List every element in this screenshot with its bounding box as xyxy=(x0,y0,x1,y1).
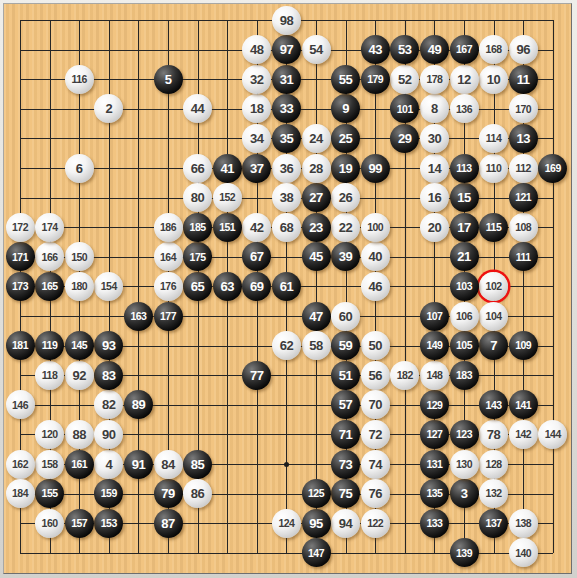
stone-100[interactable]: 100 xyxy=(361,213,390,242)
stone-145[interactable]: 145 xyxy=(65,331,94,360)
stone-140[interactable]: 140 xyxy=(509,538,538,567)
move-number: 151 xyxy=(219,222,235,233)
stone-49[interactable]: 49 xyxy=(420,35,449,64)
move-number: 169 xyxy=(545,163,561,174)
stone-176[interactable]: 176 xyxy=(154,272,183,301)
move-number: 20 xyxy=(428,221,441,234)
move-number: 184 xyxy=(12,488,28,499)
stone-15[interactable]: 15 xyxy=(450,183,479,212)
move-number: 170 xyxy=(515,104,531,115)
stone-87[interactable]: 87 xyxy=(154,509,183,538)
move-number: 98 xyxy=(280,14,293,27)
stone-91[interactable]: 91 xyxy=(124,450,153,479)
stone-133[interactable]: 133 xyxy=(420,509,449,538)
move-number: 97 xyxy=(280,43,293,56)
stone-16[interactable]: 16 xyxy=(420,183,449,212)
stone-179[interactable]: 179 xyxy=(361,65,390,94)
move-number: 40 xyxy=(368,250,381,263)
stone-107[interactable]: 107 xyxy=(420,302,449,331)
move-number: 33 xyxy=(280,102,293,115)
move-number: 176 xyxy=(160,281,176,292)
move-number: 84 xyxy=(161,458,174,471)
stone-59[interactable]: 59 xyxy=(331,331,360,360)
stone-44[interactable]: 44 xyxy=(183,94,212,123)
stone-45[interactable]: 45 xyxy=(302,242,331,271)
stone-8[interactable]: 8 xyxy=(420,94,449,123)
stone-148[interactable]: 148 xyxy=(420,361,449,390)
stone-43[interactable]: 43 xyxy=(361,35,390,64)
stone-182[interactable]: 182 xyxy=(390,361,419,390)
move-number: 31 xyxy=(280,73,293,86)
stone-18[interactable]: 18 xyxy=(242,94,271,123)
move-number: 180 xyxy=(71,281,87,292)
move-number: 25 xyxy=(339,132,352,145)
move-number: 74 xyxy=(368,458,381,471)
stone-139[interactable]: 139 xyxy=(450,538,479,567)
stone-39[interactable]: 39 xyxy=(331,242,360,271)
move-number: 90 xyxy=(102,428,115,441)
move-number: 60 xyxy=(339,310,352,323)
move-number: 175 xyxy=(190,252,206,263)
stone-166[interactable]: 166 xyxy=(35,242,64,271)
stone-31[interactable]: 31 xyxy=(272,65,301,94)
move-number: 154 xyxy=(101,281,117,292)
stone-110[interactable]: 110 xyxy=(479,154,508,183)
move-number: 138 xyxy=(515,518,531,529)
stone-96[interactable]: 96 xyxy=(509,35,538,64)
stone-101[interactable]: 101 xyxy=(390,94,419,123)
move-number: 132 xyxy=(486,488,502,499)
move-number: 68 xyxy=(280,221,293,234)
move-number: 155 xyxy=(42,488,58,499)
stone-111[interactable]: 111 xyxy=(509,242,538,271)
move-number: 186 xyxy=(160,222,176,233)
stone-173[interactable]: 173 xyxy=(6,272,35,301)
stone-53[interactable]: 53 xyxy=(390,35,419,64)
move-number: 119 xyxy=(42,340,57,351)
stone-79[interactable]: 79 xyxy=(154,479,183,508)
stone-57[interactable]: 57 xyxy=(331,390,360,419)
move-number: 105 xyxy=(456,340,472,351)
stone-92[interactable]: 92 xyxy=(65,361,94,390)
stone-74[interactable]: 74 xyxy=(361,450,390,479)
stone-143[interactable]: 143 xyxy=(479,390,508,419)
stone-62[interactable]: 62 xyxy=(272,331,301,360)
move-number: 106 xyxy=(456,311,472,322)
move-number: 118 xyxy=(42,370,57,381)
stone-95[interactable]: 95 xyxy=(302,509,331,538)
move-number: 150 xyxy=(71,252,87,263)
move-number: 124 xyxy=(278,518,294,529)
stone-82[interactable]: 82 xyxy=(94,390,123,419)
stone-165[interactable]: 165 xyxy=(35,272,64,301)
move-number: 27 xyxy=(309,191,322,204)
stone-171[interactable]: 171 xyxy=(6,242,35,271)
move-number: 13 xyxy=(516,132,529,145)
stone-153[interactable]: 153 xyxy=(94,509,123,538)
stone-24[interactable]: 24 xyxy=(302,124,331,153)
stone-147[interactable]: 147 xyxy=(302,538,331,567)
stone-75[interactable]: 75 xyxy=(331,479,360,508)
stone-77[interactable]: 77 xyxy=(242,361,271,390)
stone-23[interactable]: 23 xyxy=(302,213,331,242)
stone-97[interactable]: 97 xyxy=(272,35,301,64)
stone-50[interactable]: 50 xyxy=(361,331,390,360)
stone-5[interactable]: 5 xyxy=(154,65,183,94)
stone-115[interactable]: 115 xyxy=(479,213,508,242)
stone-157[interactable]: 157 xyxy=(65,509,94,538)
stone-40[interactable]: 40 xyxy=(361,242,390,271)
stone-144[interactable]: 144 xyxy=(538,420,567,449)
move-number: 179 xyxy=(367,74,383,85)
move-number: 159 xyxy=(101,488,117,499)
move-number: 47 xyxy=(309,310,322,323)
stone-42[interactable]: 42 xyxy=(242,213,271,242)
stone-138[interactable]: 138 xyxy=(509,509,538,538)
stone-141[interactable]: 141 xyxy=(509,390,538,419)
stone-119[interactable]: 119 xyxy=(35,331,64,360)
move-number: 94 xyxy=(339,517,352,530)
move-number: 6 xyxy=(76,162,83,175)
stone-37[interactable]: 37 xyxy=(242,154,271,183)
move-number: 4 xyxy=(105,458,112,471)
move-number: 143 xyxy=(486,400,502,411)
grid-line-vertical xyxy=(553,20,554,553)
move-number: 24 xyxy=(309,132,322,145)
stone-52[interactable]: 52 xyxy=(390,65,419,94)
stone-72[interactable]: 72 xyxy=(361,420,390,449)
stone-109[interactable]: 109 xyxy=(509,331,538,360)
move-number: 182 xyxy=(397,370,413,381)
stone-47[interactable]: 47 xyxy=(302,302,331,331)
stone-164[interactable]: 164 xyxy=(154,242,183,271)
stone-2[interactable]: 2 xyxy=(94,94,123,123)
stone-89[interactable]: 89 xyxy=(124,390,153,419)
stone-186[interactable]: 186 xyxy=(154,213,183,242)
move-number: 158 xyxy=(42,459,58,470)
go-board[interactable]: 2345678910111213141516171819202122232425… xyxy=(3,3,572,574)
stone-25[interactable]: 25 xyxy=(331,124,360,153)
move-number: 29 xyxy=(398,132,411,145)
stone-181[interactable]: 181 xyxy=(6,331,35,360)
stone-68[interactable]: 68 xyxy=(272,213,301,242)
stone-163[interactable]: 163 xyxy=(124,302,153,331)
stone-71[interactable]: 71 xyxy=(331,420,360,449)
move-number: 146 xyxy=(12,400,28,411)
move-number: 41 xyxy=(220,162,233,175)
move-number: 123 xyxy=(456,429,472,440)
stone-125[interactable]: 125 xyxy=(302,479,331,508)
stone-120[interactable]: 120 xyxy=(35,420,64,449)
move-number: 38 xyxy=(280,191,293,204)
stone-66[interactable]: 66 xyxy=(183,154,212,183)
move-number: 103 xyxy=(456,281,472,292)
stone-116[interactable]: 116 xyxy=(65,65,94,94)
move-number: 131 xyxy=(426,459,442,470)
stone-128[interactable]: 128 xyxy=(479,450,508,479)
stone-184[interactable]: 184 xyxy=(6,479,35,508)
move-number: 39 xyxy=(339,250,352,263)
stone-162[interactable]: 162 xyxy=(6,450,35,479)
stone-28[interactable]: 28 xyxy=(302,154,331,183)
move-number: 61 xyxy=(280,280,293,293)
move-number: 44 xyxy=(191,102,204,115)
stone-32[interactable]: 32 xyxy=(242,65,271,94)
move-number: 55 xyxy=(339,73,352,86)
stone-135[interactable]: 135 xyxy=(420,479,449,508)
move-number: 166 xyxy=(42,252,58,263)
move-number: 71 xyxy=(339,428,352,441)
move-number: 66 xyxy=(191,162,204,175)
stone-106[interactable]: 106 xyxy=(450,302,479,331)
stone-21[interactable]: 21 xyxy=(450,242,479,271)
stone-137[interactable]: 137 xyxy=(479,509,508,538)
move-number: 161 xyxy=(71,459,87,470)
stone-150[interactable]: 150 xyxy=(65,242,94,271)
stone-56[interactable]: 56 xyxy=(361,361,390,390)
stone-26[interactable]: 26 xyxy=(331,183,360,212)
stone-80[interactable]: 80 xyxy=(183,183,212,212)
stone-114[interactable]: 114 xyxy=(479,124,508,153)
move-number: 87 xyxy=(161,517,174,530)
stone-14[interactable]: 14 xyxy=(420,154,449,183)
move-number: 18 xyxy=(250,102,263,115)
move-number: 96 xyxy=(516,43,529,56)
stone-185[interactable]: 185 xyxy=(183,213,212,242)
move-number: 137 xyxy=(486,518,502,529)
move-number: 116 xyxy=(71,74,86,85)
stone-78[interactable]: 78 xyxy=(479,420,508,449)
move-number: 178 xyxy=(426,74,442,85)
move-number: 75 xyxy=(339,487,352,500)
stone-4[interactable]: 4 xyxy=(94,450,123,479)
move-number: 183 xyxy=(456,370,472,381)
stone-90[interactable]: 90 xyxy=(94,420,123,449)
stone-17[interactable]: 17 xyxy=(450,213,479,242)
move-number: 37 xyxy=(250,162,263,175)
move-number: 165 xyxy=(42,281,58,292)
move-number: 157 xyxy=(71,518,87,529)
move-number: 23 xyxy=(309,221,322,234)
move-number: 21 xyxy=(457,250,470,263)
stone-124[interactable]: 124 xyxy=(272,509,301,538)
stone-27[interactable]: 27 xyxy=(302,183,331,212)
stone-161[interactable]: 161 xyxy=(65,450,94,479)
move-number: 135 xyxy=(426,488,442,499)
stone-118[interactable]: 118 xyxy=(35,361,64,390)
stone-84[interactable]: 84 xyxy=(154,450,183,479)
stone-123[interactable]: 123 xyxy=(450,420,479,449)
stone-136[interactable]: 136 xyxy=(450,94,479,123)
move-number: 49 xyxy=(428,43,441,56)
move-number: 67 xyxy=(250,250,263,263)
move-number: 127 xyxy=(426,429,442,440)
stone-142[interactable]: 142 xyxy=(509,420,538,449)
stone-20[interactable]: 20 xyxy=(420,213,449,242)
stone-178[interactable]: 178 xyxy=(420,65,449,94)
stone-174[interactable]: 174 xyxy=(35,213,64,242)
stone-167[interactable]: 167 xyxy=(450,35,479,64)
stone-30[interactable]: 30 xyxy=(420,124,449,153)
move-number: 78 xyxy=(487,428,500,441)
stone-83[interactable]: 83 xyxy=(94,361,123,390)
move-number: 149 xyxy=(426,340,442,351)
stone-85[interactable]: 85 xyxy=(183,450,212,479)
move-number: 8 xyxy=(431,102,438,115)
stone-54[interactable]: 54 xyxy=(302,35,331,64)
move-number: 163 xyxy=(130,311,146,322)
stone-158[interactable]: 158 xyxy=(35,450,64,479)
stone-76[interactable]: 76 xyxy=(361,479,390,508)
move-number: 104 xyxy=(486,311,502,322)
stone-154[interactable]: 154 xyxy=(94,272,123,301)
stone-149[interactable]: 149 xyxy=(420,331,449,360)
stone-73[interactable]: 73 xyxy=(331,450,360,479)
stone-38[interactable]: 38 xyxy=(272,183,301,212)
stone-41[interactable]: 41 xyxy=(213,154,242,183)
move-number: 181 xyxy=(12,340,28,351)
move-number: 111 xyxy=(516,252,531,263)
move-number: 42 xyxy=(250,221,263,234)
stone-35[interactable]: 35 xyxy=(272,124,301,153)
stone-48[interactable]: 48 xyxy=(242,35,271,64)
stone-51[interactable]: 51 xyxy=(331,361,360,390)
stone-159[interactable]: 159 xyxy=(94,479,123,508)
stone-10[interactable]: 10 xyxy=(479,65,508,94)
move-number: 108 xyxy=(515,222,531,233)
move-number: 136 xyxy=(456,104,472,115)
stone-67[interactable]: 67 xyxy=(242,242,271,271)
stone-130[interactable]: 130 xyxy=(450,450,479,479)
stone-19[interactable]: 19 xyxy=(331,154,360,183)
stone-155[interactable]: 155 xyxy=(35,479,64,508)
stone-129[interactable]: 129 xyxy=(420,390,449,419)
stone-55[interactable]: 55 xyxy=(331,65,360,94)
move-number: 147 xyxy=(308,548,324,559)
move-number: 50 xyxy=(368,339,381,352)
stone-180[interactable]: 180 xyxy=(65,272,94,301)
stone-152[interactable]: 152 xyxy=(213,183,242,212)
stone-175[interactable]: 175 xyxy=(183,242,212,271)
stone-105[interactable]: 105 xyxy=(450,331,479,360)
move-number: 35 xyxy=(280,132,293,145)
move-number: 79 xyxy=(161,487,174,500)
move-number: 148 xyxy=(426,370,442,381)
move-number: 93 xyxy=(102,339,115,352)
move-number: 99 xyxy=(368,162,381,175)
stone-11[interactable]: 11 xyxy=(509,65,538,94)
stone-151[interactable]: 151 xyxy=(213,213,242,242)
stone-121[interactable]: 121 xyxy=(509,183,538,212)
move-number: 15 xyxy=(457,191,470,204)
move-number: 85 xyxy=(191,458,204,471)
stone-104[interactable]: 104 xyxy=(479,302,508,331)
move-number: 109 xyxy=(515,340,531,351)
move-number: 52 xyxy=(398,73,411,86)
move-number: 174 xyxy=(42,222,58,233)
stone-61[interactable]: 61 xyxy=(272,272,301,301)
move-number: 76 xyxy=(368,487,381,500)
stone-172[interactable]: 172 xyxy=(6,213,35,242)
stone-34[interactable]: 34 xyxy=(242,124,271,153)
stone-3[interactable]: 3 xyxy=(450,479,479,508)
move-number: 3 xyxy=(461,487,468,500)
move-number: 121 xyxy=(515,192,531,203)
stone-93[interactable]: 93 xyxy=(94,331,123,360)
move-number: 80 xyxy=(191,191,204,204)
stone-169[interactable]: 169 xyxy=(538,154,567,183)
stone-29[interactable]: 29 xyxy=(390,124,419,153)
move-number: 122 xyxy=(367,518,383,529)
stone-70[interactable]: 70 xyxy=(361,390,390,419)
stone-168[interactable]: 168 xyxy=(479,35,508,64)
stone-108[interactable]: 108 xyxy=(509,213,538,242)
move-number: 102 xyxy=(486,281,502,292)
move-number: 120 xyxy=(42,429,58,440)
stone-36[interactable]: 36 xyxy=(272,154,301,183)
stone-122[interactable]: 122 xyxy=(361,509,390,538)
stone-99[interactable]: 99 xyxy=(361,154,390,183)
stone-112[interactable]: 112 xyxy=(509,154,538,183)
stone-69[interactable]: 69 xyxy=(242,272,271,301)
stone-102[interactable]: 102 xyxy=(479,272,508,301)
stone-127[interactable]: 127 xyxy=(420,420,449,449)
stone-131[interactable]: 131 xyxy=(420,450,449,479)
go-game-window: 2345678910111213141516171819202122232425… xyxy=(0,0,577,578)
stone-98[interactable]: 98 xyxy=(272,6,301,35)
stone-33[interactable]: 33 xyxy=(272,94,301,123)
move-number: 140 xyxy=(515,548,531,559)
move-number: 57 xyxy=(339,398,352,411)
stone-160[interactable]: 160 xyxy=(35,509,64,538)
stone-46[interactable]: 46 xyxy=(361,272,390,301)
move-number: 58 xyxy=(309,339,322,352)
stone-113[interactable]: 113 xyxy=(450,154,479,183)
move-number: 125 xyxy=(308,488,324,499)
move-number: 173 xyxy=(12,281,28,292)
move-number: 65 xyxy=(191,280,204,293)
stone-94[interactable]: 94 xyxy=(331,509,360,538)
stone-60[interactable]: 60 xyxy=(331,302,360,331)
stone-7[interactable]: 7 xyxy=(479,331,508,360)
stone-6[interactable]: 6 xyxy=(65,154,94,183)
stone-170[interactable]: 170 xyxy=(509,94,538,123)
move-number: 160 xyxy=(42,518,58,529)
move-number: 144 xyxy=(545,429,561,440)
move-number: 100 xyxy=(367,222,383,233)
move-number: 130 xyxy=(456,459,472,470)
move-number: 12 xyxy=(457,73,470,86)
stone-146[interactable]: 146 xyxy=(6,390,35,419)
stone-22[interactable]: 22 xyxy=(331,213,360,242)
stone-177[interactable]: 177 xyxy=(154,302,183,331)
move-number: 30 xyxy=(428,132,441,145)
stone-103[interactable]: 103 xyxy=(450,272,479,301)
move-number: 11 xyxy=(517,73,530,86)
stone-65[interactable]: 65 xyxy=(183,272,212,301)
stone-86[interactable]: 86 xyxy=(183,479,212,508)
move-number: 53 xyxy=(398,43,411,56)
move-number: 22 xyxy=(339,221,352,234)
stone-12[interactable]: 12 xyxy=(450,65,479,94)
stone-183[interactable]: 183 xyxy=(450,361,479,390)
stone-132[interactable]: 132 xyxy=(479,479,508,508)
stone-13[interactable]: 13 xyxy=(509,124,538,153)
stone-88[interactable]: 88 xyxy=(65,420,94,449)
stone-63[interactable]: 63 xyxy=(213,272,242,301)
stone-9[interactable]: 9 xyxy=(331,94,360,123)
stone-58[interactable]: 58 xyxy=(302,331,331,360)
